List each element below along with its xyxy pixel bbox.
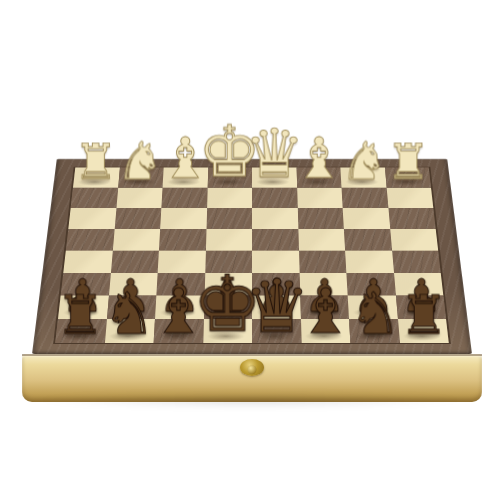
- square-e3[interactable]: [206, 208, 252, 229]
- square-f4[interactable]: [159, 229, 206, 251]
- square-h3[interactable]: [68, 208, 116, 229]
- square-c3[interactable]: [297, 208, 344, 229]
- square-a3[interactable]: [388, 208, 436, 229]
- square-b3[interactable]: [343, 208, 390, 229]
- square-c2[interactable]: [297, 187, 343, 207]
- piece-wR-a1[interactable]: ♜: [387, 138, 431, 187]
- square-b4[interactable]: [344, 229, 392, 251]
- square-g4[interactable]: [112, 229, 160, 251]
- square-e2[interactable]: [207, 187, 252, 207]
- piece-wN-b1[interactable]: ♞: [340, 134, 387, 186]
- piece-wN-g1[interactable]: ♞: [117, 134, 164, 186]
- piece-bN-b8[interactable]: ♞: [349, 284, 401, 342]
- brass-latch-icon: [240, 359, 264, 376]
- square-c1[interactable]: ♝: [296, 168, 341, 188]
- floor-shadow: [30, 392, 470, 408]
- piece-wB-c1[interactable]: ♝: [294, 131, 344, 187]
- square-b2[interactable]: [341, 187, 387, 207]
- square-a8[interactable]: ♜: [397, 319, 448, 343]
- square-f3[interactable]: [160, 208, 207, 229]
- square-d4[interactable]: [252, 229, 299, 251]
- board-grid: ♜♞♝♚♛♝♞♜♟♟♟♟♟♟♟♟♜♞♝♚♛♝♞♜: [55, 168, 449, 344]
- square-g8[interactable]: ♞: [104, 319, 155, 343]
- square-h2[interactable]: [71, 187, 118, 207]
- piece-bR-a8[interactable]: ♜: [400, 288, 448, 342]
- chessboard: ♜♞♝♚♛♝♞♜♟♟♟♟♟♟♟♟♜♞♝♚♛♝♞♜: [32, 159, 472, 354]
- square-d2[interactable]: [252, 187, 297, 207]
- square-g2[interactable]: [116, 187, 162, 207]
- square-d1[interactable]: ♛: [252, 168, 297, 188]
- square-c4[interactable]: [298, 229, 345, 251]
- piece-bN-g8[interactable]: ♞: [103, 284, 155, 342]
- square-a1[interactable]: ♜: [385, 168, 431, 188]
- square-b8[interactable]: ♞: [349, 319, 400, 343]
- square-a2[interactable]: [386, 187, 433, 207]
- square-e4[interactable]: [205, 229, 252, 251]
- square-g1[interactable]: ♞: [118, 168, 164, 188]
- piece-bR-h8[interactable]: ♜: [56, 288, 104, 342]
- square-c8[interactable]: ♝: [300, 319, 350, 343]
- square-d3[interactable]: [252, 208, 298, 229]
- square-d8[interactable]: ♛: [252, 319, 301, 343]
- square-f2[interactable]: [161, 187, 207, 207]
- square-h1[interactable]: ♜: [73, 168, 119, 188]
- square-h8[interactable]: ♜: [55, 319, 106, 343]
- square-b1[interactable]: ♞: [340, 168, 386, 188]
- square-g3[interactable]: [114, 208, 161, 229]
- square-h4[interactable]: [66, 229, 114, 251]
- square-a4[interactable]: [390, 229, 438, 251]
- piece-bB-c8[interactable]: ♝: [298, 281, 353, 343]
- piece-wR-h1[interactable]: ♜: [74, 138, 118, 187]
- chess-set-photo: ♜♞♝♚♛♝♞♜♟♟♟♟♟♟♟♟♜♞♝♚♛♝♞♜: [0, 0, 500, 500]
